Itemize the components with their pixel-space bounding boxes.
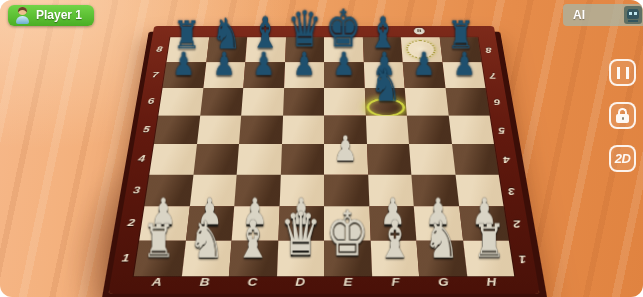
square-b7[interactable]: ♟ xyxy=(203,62,245,88)
chess-board[interactable]: g 87654321 87654321 ABCDEFGH ♜♞♝♛♚♝♜♟♟♟♟… xyxy=(108,26,539,294)
black-pawn-h7[interactable]: ♟ xyxy=(453,48,475,80)
square-g7[interactable]: ♟ xyxy=(403,62,445,88)
square-e6[interactable] xyxy=(324,88,365,115)
square-d5[interactable] xyxy=(282,115,325,144)
square-e1[interactable]: ♚ xyxy=(324,240,372,276)
rank-label-6: 6 xyxy=(139,88,163,115)
white-bishop-c1[interactable]: ♝ xyxy=(235,213,271,265)
pause-button[interactable] xyxy=(609,59,636,86)
game-screen: g 87654321 87654321 ABCDEFGH ♜♞♝♛♚♝♜♟♟♟♟… xyxy=(0,0,643,297)
square-a5[interactable] xyxy=(154,115,200,144)
pause-icon xyxy=(617,67,629,79)
square-f4[interactable] xyxy=(367,144,412,174)
player1-badge: Player 1 xyxy=(8,5,94,26)
file-label-a: A xyxy=(131,276,181,294)
square-d6[interactable] xyxy=(283,88,324,115)
square-d7[interactable]: ♟ xyxy=(284,62,324,88)
control-buttons: 2D xyxy=(609,59,636,172)
black-pawn-e7[interactable]: ♟ xyxy=(333,48,355,80)
black-pawn-c7[interactable]: ♟ xyxy=(253,48,275,80)
avatar-body xyxy=(16,16,29,24)
black-pawn-d7[interactable]: ♟ xyxy=(293,48,315,80)
square-a4[interactable] xyxy=(149,144,196,174)
robot-base xyxy=(628,20,638,22)
white-pawn-e4[interactable]: ♟ xyxy=(334,130,358,165)
white-queen-d1[interactable]: ♛ xyxy=(279,205,321,265)
white-knight-b1[interactable]: ♞ xyxy=(188,214,224,265)
player1-label: Player 1 xyxy=(36,8,82,22)
ai-badge: AI xyxy=(563,4,643,26)
square-g5[interactable] xyxy=(407,115,452,144)
square-a6[interactable] xyxy=(158,88,203,115)
file-labels: ABCDEFGH xyxy=(131,276,517,294)
white-bishop-f1[interactable]: ♝ xyxy=(376,213,412,265)
lock-icon xyxy=(616,114,629,123)
board-squares[interactable]: ♜♞♝♛♚♝♜♟♟♟♟♟♟♟♟♞♟♟♟♟♟♟♟♟♜♞♝♛♚♝♞♜ xyxy=(134,37,514,276)
square-h5[interactable] xyxy=(448,115,494,144)
square-g4[interactable] xyxy=(409,144,455,174)
file-label-f: F xyxy=(372,276,421,294)
black-pawn-b7[interactable]: ♟ xyxy=(213,48,235,80)
square-d4[interactable] xyxy=(280,144,324,174)
square-b5[interactable] xyxy=(197,115,242,144)
file-label-d: D xyxy=(276,276,324,294)
top-rim-marker: g xyxy=(414,28,425,35)
2d-view-button[interactable]: 2D xyxy=(609,145,636,172)
white-rook-h1[interactable]: ♜ xyxy=(473,219,506,266)
white-knight-g1[interactable]: ♞ xyxy=(424,214,460,265)
square-h7[interactable]: ♟ xyxy=(442,62,485,88)
file-label-h: H xyxy=(467,276,517,294)
square-h6[interactable] xyxy=(445,88,490,115)
rank-label-3: 3 xyxy=(123,174,149,206)
2d-label: 2D xyxy=(615,151,631,166)
square-g1[interactable]: ♞ xyxy=(416,240,466,276)
robot-icon xyxy=(624,6,642,24)
black-pawn-a7[interactable]: ♟ xyxy=(173,48,195,80)
square-b4[interactable] xyxy=(193,144,239,174)
square-h1[interactable]: ♜ xyxy=(463,240,515,276)
square-b1[interactable]: ♞ xyxy=(181,240,231,276)
rank-label-8: 8 xyxy=(148,37,170,62)
robot-head xyxy=(627,10,639,19)
square-e4[interactable]: ♟ xyxy=(324,144,368,174)
lock-button[interactable] xyxy=(609,102,636,129)
file-label-g: G xyxy=(419,276,469,294)
white-rook-a1[interactable]: ♜ xyxy=(143,219,176,266)
square-f1[interactable]: ♝ xyxy=(370,240,419,276)
square-c7[interactable]: ♟ xyxy=(243,62,284,88)
rank-label-7: 7 xyxy=(144,62,167,88)
file-label-b: B xyxy=(179,276,229,294)
square-a1[interactable]: ♜ xyxy=(134,240,186,276)
square-c4[interactable] xyxy=(237,144,282,174)
square-e7[interactable]: ♟ xyxy=(324,62,364,88)
black-knight-f6[interactable]: ♞ xyxy=(370,62,401,106)
square-b6[interactable] xyxy=(200,88,243,115)
file-label-c: C xyxy=(228,276,277,294)
file-label-e: E xyxy=(324,276,372,294)
square-c5[interactable] xyxy=(239,115,283,144)
square-d1[interactable]: ♛ xyxy=(276,240,324,276)
ai-label: AI xyxy=(573,8,585,22)
square-g6[interactable] xyxy=(405,88,448,115)
white-king-e1[interactable]: ♚ xyxy=(326,203,369,265)
square-c6[interactable] xyxy=(241,88,283,115)
avatar-head xyxy=(18,7,27,15)
square-f5[interactable] xyxy=(365,115,409,144)
square-f6[interactable]: ♞ xyxy=(364,88,406,115)
black-pawn-g7[interactable]: ♟ xyxy=(413,48,435,80)
person-icon xyxy=(14,7,30,24)
square-h4[interactable] xyxy=(452,144,499,174)
square-a7[interactable]: ♟ xyxy=(163,62,206,88)
square-c1[interactable]: ♝ xyxy=(229,240,278,276)
